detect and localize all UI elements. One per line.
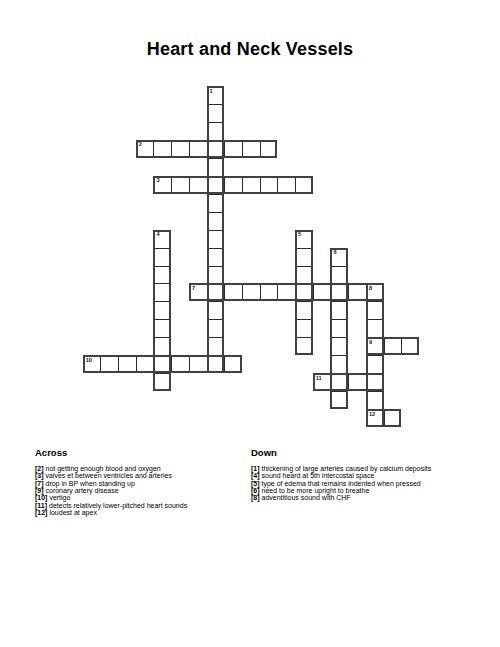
clue-across-2: [2] not getting enough blood and oxygen	[35, 465, 247, 472]
clue-text: sound heard at 5th intercostal space	[260, 472, 375, 479]
clue-number: [2]	[35, 465, 44, 472]
cell-r12-c14[interactable]	[330, 301, 348, 319]
cell-r10-c7[interactable]	[207, 266, 225, 284]
clue-across-7: [7] drop in BP when standing up	[35, 480, 247, 487]
cell-r11-c14[interactable]	[330, 283, 348, 301]
clue-text: thickening of large arteries caused by c…	[260, 465, 432, 472]
cell-r10-c12[interactable]	[295, 266, 313, 284]
cell-r18-c17[interactable]	[384, 409, 402, 427]
cell-r12-c12[interactable]	[295, 301, 313, 319]
clue-across-9: [9] coronary artery disease	[35, 487, 247, 494]
cell-r15-c16[interactable]	[366, 355, 384, 373]
cell-r15-c6[interactable]	[189, 355, 207, 373]
crossword-grid: 237910111214568	[83, 86, 419, 427]
cell-r11-c8[interactable]	[224, 283, 242, 301]
cell-r11-c13[interactable]	[313, 283, 331, 301]
cell-r12-c4[interactable]	[153, 301, 171, 319]
cell-r18-c16[interactable]	[366, 409, 384, 427]
cell-r11-c10[interactable]	[260, 283, 278, 301]
clue-number: [12]	[35, 509, 47, 516]
cell-r11-c7[interactable]	[207, 283, 225, 301]
down-header: Down	[251, 447, 497, 458]
cell-r8-c4[interactable]	[153, 230, 171, 248]
cell-r11-c12[interactable]	[295, 283, 313, 301]
cell-r16-c13[interactable]	[313, 373, 331, 391]
crossword-page: Heart and Neck Vessels 237910111214568 A…	[0, 0, 500, 647]
cell-r5-c5[interactable]	[171, 176, 189, 194]
cell-r14-c12[interactable]	[295, 337, 313, 355]
cell-r3-c4[interactable]	[153, 140, 171, 158]
cell-r5-c11[interactable]	[277, 176, 295, 194]
clue-number: [4]	[251, 472, 260, 479]
clue-number: [10]	[35, 494, 47, 501]
clue-number: [7]	[35, 480, 44, 487]
cell-r5-c12[interactable]	[295, 176, 313, 194]
cell-r10-c14[interactable]	[330, 266, 348, 284]
clue-across-12: [12] loudest at apex	[35, 509, 247, 516]
cell-r9-c7[interactable]	[207, 248, 225, 266]
clue-number: [3]	[35, 472, 44, 479]
clue-text: coronary artery disease	[44, 487, 119, 494]
cell-r15-c0[interactable]	[83, 355, 101, 373]
cell-r14-c4[interactable]	[153, 337, 171, 355]
clue-number: [5]	[251, 480, 260, 487]
cell-r14-c14[interactable]	[330, 337, 348, 355]
cell-r15-c5[interactable]	[171, 355, 189, 373]
cell-r3-c8[interactable]	[224, 140, 242, 158]
cell-r6-c7[interactable]	[207, 194, 225, 212]
across-clue-list: [2] not getting enough blood and oxygen[…	[35, 465, 247, 516]
clue-down-5: [5] type of edema that remains indented …	[251, 480, 497, 487]
puzzle-title: Heart and Neck Vessels	[0, 39, 500, 60]
clue-text: detects relatively lower-pitched heart s…	[47, 502, 187, 509]
down-clues-section: Down [1] thickening of large arteries ca…	[251, 447, 497, 502]
clue-text: valves et between ventricles and arterie…	[44, 472, 172, 479]
cell-r16-c15[interactable]	[348, 373, 366, 391]
cell-r13-c4[interactable]	[153, 319, 171, 337]
cell-r1-c7[interactable]	[207, 104, 225, 122]
clue-number: [9]	[35, 487, 44, 494]
cell-r5-c10[interactable]	[260, 176, 278, 194]
clue-across-10: [10] vertigo	[35, 494, 247, 501]
clue-down-4: [4] sound heard at 5th intercostal space	[251, 472, 497, 479]
cell-r14-c16[interactable]	[366, 337, 384, 355]
cell-r15-c7[interactable]	[207, 355, 225, 373]
cell-r12-c7[interactable]	[207, 301, 225, 319]
cell-r11-c11[interactable]	[277, 283, 295, 301]
clue-text: vertigo	[47, 494, 70, 501]
cell-r3-c7[interactable]	[207, 140, 225, 158]
cell-r11-c15[interactable]	[348, 283, 366, 301]
clue-down-8: [8] adventitious sound with CHF	[251, 494, 497, 501]
clue-text: adventitious sound with CHF	[260, 494, 351, 501]
cell-r17-c14[interactable]	[330, 391, 348, 409]
cell-r16-c4[interactable]	[153, 373, 171, 391]
cell-r13-c7[interactable]	[207, 319, 225, 337]
clue-down-6: [6] need to be more upright to breathe	[251, 487, 497, 494]
cell-r0-c7[interactable]	[207, 86, 225, 104]
cell-r14-c17[interactable]	[384, 337, 402, 355]
clue-number: [1]	[251, 465, 260, 472]
cell-r15-c4[interactable]	[153, 355, 171, 373]
cell-r9-c4[interactable]	[153, 248, 171, 266]
cell-r13-c14[interactable]	[330, 319, 348, 337]
cell-r3-c3[interactable]	[136, 140, 154, 158]
cell-r5-c8[interactable]	[224, 176, 242, 194]
cell-r15-c14[interactable]	[330, 355, 348, 373]
cell-r2-c7[interactable]	[207, 122, 225, 140]
down-clue-list: [1] thickening of large arteries caused …	[251, 465, 497, 502]
clue-number: [8]	[251, 494, 260, 501]
clue-text: type of edema that remains indented when…	[260, 480, 421, 487]
clue-number: [11]	[35, 502, 47, 509]
cell-r3-c6[interactable]	[189, 140, 207, 158]
cell-r12-c16[interactable]	[366, 301, 384, 319]
across-clues-section: Across [2] not getting enough blood and …	[35, 447, 247, 516]
cell-r11-c6[interactable]	[189, 283, 207, 301]
cell-r13-c12[interactable]	[295, 319, 313, 337]
cell-r15-c8[interactable]	[224, 355, 242, 373]
cell-r16-c14[interactable]	[330, 373, 348, 391]
clue-text: need to be more upright to breathe	[260, 487, 370, 494]
cell-r14-c7[interactable]	[207, 337, 225, 355]
across-header: Across	[35, 447, 247, 458]
cell-r3-c9[interactable]	[242, 140, 260, 158]
cell-r9-c12[interactable]	[295, 248, 313, 266]
clue-across-3: [3] valves et between ventricles and art…	[35, 472, 247, 479]
cell-r11-c4[interactable]	[153, 283, 171, 301]
cell-r3-c5[interactable]	[171, 140, 189, 158]
clue-across-11: [11] detects relatively lower-pitched he…	[35, 502, 247, 509]
cell-r15-c2[interactable]	[118, 355, 136, 373]
cell-r5-c4[interactable]	[153, 176, 171, 194]
cell-r3-c10[interactable]	[260, 140, 278, 158]
clue-text: loudest at apex	[47, 509, 96, 516]
clue-down-1: [1] thickening of large arteries caused …	[251, 465, 497, 472]
cell-r10-c4[interactable]	[153, 266, 171, 284]
clue-number: [6]	[251, 487, 260, 494]
cell-r14-c18[interactable]	[401, 337, 419, 355]
cell-r4-c7[interactable]	[207, 158, 225, 176]
cell-r7-c7[interactable]	[207, 212, 225, 230]
cell-r5-c7[interactable]	[207, 176, 225, 194]
cell-r13-c16[interactable]	[366, 319, 384, 337]
cell-r5-c9[interactable]	[242, 176, 260, 194]
cell-r11-c16[interactable]	[366, 283, 384, 301]
cell-r5-c6[interactable]	[189, 176, 207, 194]
cell-r8-c12[interactable]	[295, 230, 313, 248]
clue-text: drop in BP when standing up	[44, 480, 135, 487]
clue-text: not getting enough blood and oxygen	[44, 465, 161, 472]
cell-r15-c1[interactable]	[100, 355, 118, 373]
cell-r9-c14[interactable]	[330, 248, 348, 266]
cell-r16-c16[interactable]	[366, 373, 384, 391]
cell-r11-c9[interactable]	[242, 283, 260, 301]
cell-r8-c7[interactable]	[207, 230, 225, 248]
cell-r15-c3[interactable]	[136, 355, 154, 373]
cell-r17-c16[interactable]	[366, 391, 384, 409]
